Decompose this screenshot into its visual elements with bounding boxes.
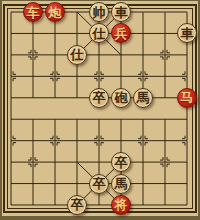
piece-character: 帅 xyxy=(93,6,106,19)
piece-black-soldier[interactable]: 卒 xyxy=(111,152,131,172)
piece-character: 马 xyxy=(181,91,194,104)
board-intersection: 兵 xyxy=(110,23,132,44)
piece-character: 兵 xyxy=(115,27,128,40)
piece-black-general[interactable]: 帅 xyxy=(89,2,109,22)
piece-black-horse[interactable]: 馬 xyxy=(111,174,131,194)
piece-red-soldier[interactable]: 兵 xyxy=(111,23,131,43)
piece-character: 馬 xyxy=(137,91,150,104)
piece-character: 車 xyxy=(181,27,194,40)
board-intersection: 仕 xyxy=(66,44,88,65)
board-intersection: 帅 xyxy=(88,1,110,22)
board-intersection: 仕 xyxy=(88,23,110,44)
piece-black-cannon[interactable]: 砲 xyxy=(111,88,131,108)
piece-black-advisor[interactable]: 仕 xyxy=(89,23,109,43)
piece-character: 砲 xyxy=(115,91,128,104)
board-intersection: 卒 xyxy=(88,173,110,194)
piece-black-soldier[interactable]: 卒 xyxy=(67,195,87,215)
board-intersection: 車 xyxy=(176,23,198,44)
piece-character: 卒 xyxy=(93,91,106,104)
piece-black-advisor[interactable]: 仕 xyxy=(67,45,87,65)
board-intersection: 将 xyxy=(110,194,132,215)
piece-character: 卒 xyxy=(93,177,106,190)
piece-red-horse[interactable]: 马 xyxy=(177,88,197,108)
board-intersection: 卒 xyxy=(88,87,110,108)
piece-character: 仕 xyxy=(71,48,84,61)
board-intersection: 车 xyxy=(22,1,44,22)
piece-red-cannon[interactable]: 炮 xyxy=(45,2,65,22)
board-intersection: 砲 xyxy=(110,87,132,108)
board-intersection: 馬 xyxy=(110,173,132,194)
piece-character: 将 xyxy=(115,198,128,211)
xiangqi-board[interactable]: 车炮帅車仕兵車仕卒砲馬马卒卒馬卒将 xyxy=(0,0,200,220)
board-intersection: 卒 xyxy=(66,194,88,215)
piece-character: 仕 xyxy=(93,27,106,40)
piece-character: 炮 xyxy=(49,6,62,19)
piece-character: 车 xyxy=(27,6,40,19)
board-intersection: 馬 xyxy=(132,87,154,108)
piece-black-soldier[interactable]: 卒 xyxy=(89,174,109,194)
piece-red-general[interactable]: 将 xyxy=(111,195,131,215)
piece-red-rook[interactable]: 车 xyxy=(23,2,43,22)
board-intersection: 炮 xyxy=(44,1,66,22)
piece-black-soldier[interactable]: 卒 xyxy=(89,88,109,108)
board-intersection: 马 xyxy=(176,87,198,108)
board-intersection: 車 xyxy=(110,1,132,22)
piece-black-rook[interactable]: 車 xyxy=(177,23,197,43)
piece-character: 卒 xyxy=(71,198,84,211)
piece-character: 馬 xyxy=(115,177,128,190)
board-intersection: 卒 xyxy=(110,151,132,172)
piece-character: 卒 xyxy=(115,156,128,169)
piece-character: 車 xyxy=(115,6,128,19)
board-grid: 车炮帅車仕兵車仕卒砲馬马卒卒馬卒将 xyxy=(0,1,198,215)
piece-black-rook[interactable]: 車 xyxy=(111,2,131,22)
piece-black-horse[interactable]: 馬 xyxy=(133,88,153,108)
